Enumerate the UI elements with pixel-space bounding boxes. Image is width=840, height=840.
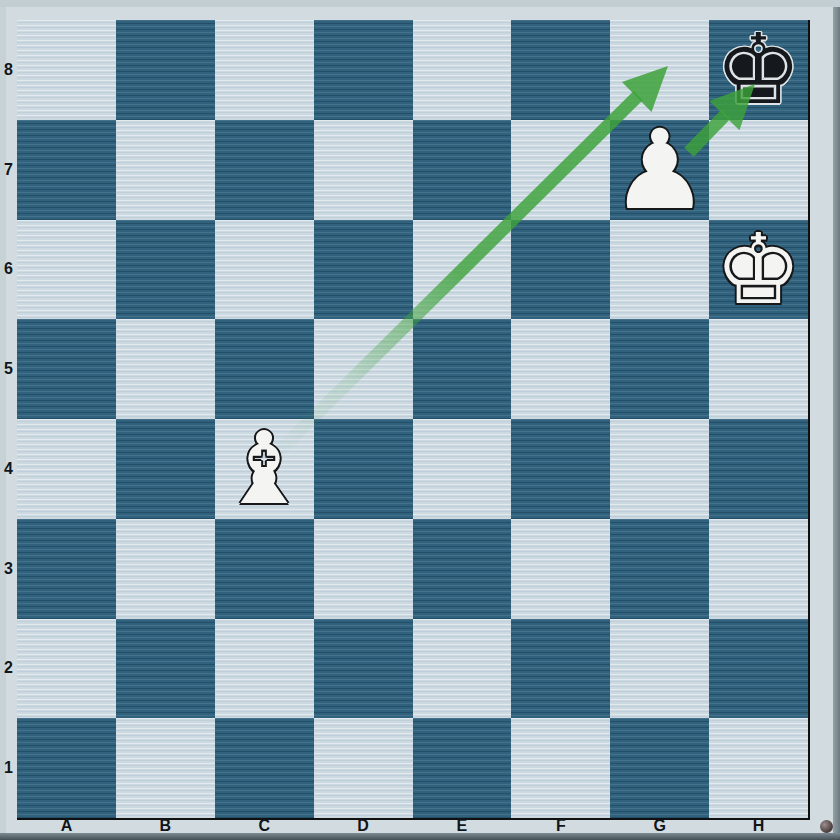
square-g8[interactable] [610, 20, 709, 120]
square-d3[interactable] [314, 519, 413, 619]
square-c4[interactable] [215, 419, 314, 519]
corner-screw-icon [820, 820, 833, 833]
file-label-f: F [511, 817, 610, 835]
file-label-e: E [413, 817, 512, 835]
square-f6[interactable] [511, 220, 610, 320]
square-a4[interactable] [17, 419, 116, 519]
frame-bevel-top [0, 0, 840, 7]
square-c5[interactable] [215, 319, 314, 419]
file-label-d: D [314, 817, 413, 835]
square-d7[interactable] [314, 120, 413, 220]
square-f4[interactable] [511, 419, 610, 519]
square-b3[interactable] [116, 519, 215, 619]
square-b1[interactable] [116, 718, 215, 818]
square-a7[interactable] [17, 120, 116, 220]
square-h6[interactable] [709, 220, 808, 320]
square-h5[interactable] [709, 319, 808, 419]
square-d4[interactable] [314, 419, 413, 519]
square-h8[interactable] [709, 20, 808, 120]
square-b5[interactable] [116, 319, 215, 419]
chess-board[interactable] [17, 20, 810, 820]
square-g1[interactable] [610, 718, 709, 818]
file-label-b: B [116, 817, 215, 835]
square-b4[interactable] [116, 419, 215, 519]
square-f2[interactable] [511, 619, 610, 719]
square-c7[interactable] [215, 120, 314, 220]
square-h2[interactable] [709, 619, 808, 719]
square-g4[interactable] [610, 419, 709, 519]
file-label-h: H [709, 817, 808, 835]
file-label-g: G [610, 817, 709, 835]
square-a8[interactable] [17, 20, 116, 120]
chess-board-widget: 87654321 ABCDEFGH ♚♟♚♝ [0, 0, 840, 840]
rank-label-4: 4 [0, 419, 17, 519]
square-a2[interactable] [17, 619, 116, 719]
rank-labels: 87654321 [0, 20, 17, 818]
rank-label-2: 2 [0, 619, 17, 719]
rank-label-7: 7 [0, 120, 17, 220]
square-h4[interactable] [709, 419, 808, 519]
square-f3[interactable] [511, 519, 610, 619]
square-h7[interactable] [709, 120, 808, 220]
square-g5[interactable] [610, 319, 709, 419]
file-label-a: A [17, 817, 116, 835]
square-b6[interactable] [116, 220, 215, 320]
square-c6[interactable] [215, 220, 314, 320]
file-labels: ABCDEFGH [17, 817, 808, 833]
square-f5[interactable] [511, 319, 610, 419]
square-a1[interactable] [17, 718, 116, 818]
square-e3[interactable] [413, 519, 512, 619]
rank-label-5: 5 [0, 319, 17, 419]
square-f1[interactable] [511, 718, 610, 818]
square-b8[interactable] [116, 20, 215, 120]
square-h3[interactable] [709, 519, 808, 619]
square-g7[interactable] [610, 120, 709, 220]
rank-label-6: 6 [0, 220, 17, 320]
square-c1[interactable] [215, 718, 314, 818]
square-c3[interactable] [215, 519, 314, 619]
square-e1[interactable] [413, 718, 512, 818]
square-a3[interactable] [17, 519, 116, 619]
square-d2[interactable] [314, 619, 413, 719]
square-f7[interactable] [511, 120, 610, 220]
square-g6[interactable] [610, 220, 709, 320]
square-d1[interactable] [314, 718, 413, 818]
square-d8[interactable] [314, 20, 413, 120]
square-e2[interactable] [413, 619, 512, 719]
square-b7[interactable] [116, 120, 215, 220]
frame-bevel-right [833, 7, 840, 840]
square-g2[interactable] [610, 619, 709, 719]
square-e7[interactable] [413, 120, 512, 220]
square-e6[interactable] [413, 220, 512, 320]
square-f8[interactable] [511, 20, 610, 120]
rank-label-3: 3 [0, 519, 17, 619]
rank-label-8: 8 [0, 20, 17, 120]
square-c2[interactable] [215, 619, 314, 719]
square-e4[interactable] [413, 419, 512, 519]
square-h1[interactable] [709, 718, 808, 818]
square-b2[interactable] [116, 619, 215, 719]
square-d6[interactable] [314, 220, 413, 320]
square-a6[interactable] [17, 220, 116, 320]
square-e5[interactable] [413, 319, 512, 419]
file-label-c: C [215, 817, 314, 835]
square-c8[interactable] [215, 20, 314, 120]
rank-label-1: 1 [0, 718, 17, 818]
square-a5[interactable] [17, 319, 116, 419]
square-e8[interactable] [413, 20, 512, 120]
square-d5[interactable] [314, 319, 413, 419]
square-g3[interactable] [610, 519, 709, 619]
